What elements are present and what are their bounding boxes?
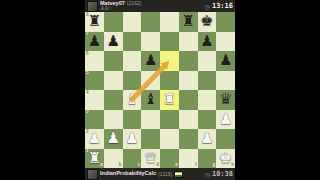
piece-black-rook[interactable]: ♜ <box>85 12 104 32</box>
square-b2[interactable]: ♟ <box>104 129 123 149</box>
square-f8[interactable]: ♜ <box>179 12 198 32</box>
piece-black-pawn[interactable]: ♟ <box>104 32 123 52</box>
rank-label-3: 3 <box>86 110 89 115</box>
square-f1[interactable]: f <box>179 149 198 169</box>
top-player-captured-pieces: ♙♙♘ <box>100 6 112 11</box>
square-f3[interactable] <box>179 110 198 130</box>
square-b7[interactable]: ♟ <box>104 32 123 52</box>
bottom-player-rating: (2119) <box>158 172 172 177</box>
square-h4[interactable]: ♛ <box>216 90 235 110</box>
square-a5[interactable]: 5 <box>85 71 104 91</box>
top-player-bar: Matvey07 (2162) ♙♙♘ ◷ 13:16 <box>85 0 235 12</box>
square-e8[interactable] <box>160 12 179 32</box>
square-a6[interactable]: 6 <box>85 51 104 71</box>
india-flag-icon <box>174 171 183 178</box>
piece-white-queen[interactable]: ♛ <box>141 149 160 169</box>
square-h7[interactable] <box>216 32 235 52</box>
square-b6[interactable] <box>104 51 123 71</box>
square-f5[interactable] <box>179 71 198 91</box>
square-a7[interactable]: 7♟ <box>85 32 104 52</box>
piece-black-bishop[interactable]: ♝ <box>141 90 160 110</box>
square-e4[interactable]: ♜ <box>160 90 179 110</box>
square-a3[interactable]: 3 <box>85 110 104 130</box>
file-label-f: f <box>195 163 197 168</box>
square-h2[interactable] <box>216 129 235 149</box>
square-c1[interactable]: c <box>123 149 142 169</box>
square-c4[interactable]: ♝ <box>123 90 142 110</box>
square-b1[interactable]: b <box>104 149 123 169</box>
piece-black-pawn[interactable]: ♟ <box>85 32 104 52</box>
top-player-clock: 13:16 <box>212 2 233 10</box>
top-player-avatar[interactable] <box>87 1 98 12</box>
bottom-player-avatar[interactable] <box>87 169 98 180</box>
square-h6[interactable]: ♟ <box>216 51 235 71</box>
square-d6[interactable]: ♟ <box>141 51 160 71</box>
rank-label-6: 6 <box>86 52 89 57</box>
square-b3[interactable] <box>104 110 123 130</box>
clock-icon: ◷ <box>205 3 210 10</box>
piece-black-king[interactable]: ♚ <box>198 12 217 32</box>
square-d5[interactable] <box>141 71 160 91</box>
piece-black-rook[interactable]: ♜ <box>179 12 198 32</box>
piece-black-pawn[interactable]: ♟ <box>216 51 235 71</box>
square-f2[interactable] <box>179 129 198 149</box>
square-e5[interactable] <box>160 71 179 91</box>
piece-white-pawn[interactable]: ♟ <box>123 129 142 149</box>
piece-white-pawn[interactable]: ♟ <box>85 129 104 149</box>
piece-white-rook[interactable]: ♜ <box>160 90 179 110</box>
square-g4[interactable] <box>198 90 217 110</box>
bottom-player-bar: IndianProbabilityCalc (2119) ◷ 10:38 <box>85 168 235 180</box>
piece-white-pawn[interactable]: ♟ <box>198 129 217 149</box>
square-g7[interactable]: ♟ <box>198 32 217 52</box>
square-d8[interactable] <box>141 12 160 32</box>
square-a8[interactable]: 8♜ <box>85 12 104 32</box>
square-d4[interactable]: ♝ <box>141 90 160 110</box>
file-label-e: e <box>175 163 178 168</box>
square-g6[interactable] <box>198 51 217 71</box>
square-e6[interactable] <box>160 51 179 71</box>
square-c2[interactable]: ♟ <box>123 129 142 149</box>
piece-white-bishop[interactable]: ♝ <box>123 90 142 110</box>
piece-white-pawn[interactable]: ♟ <box>104 129 123 149</box>
square-a4[interactable]: 4 <box>85 90 104 110</box>
square-g2[interactable]: ♟ <box>198 129 217 149</box>
square-e7[interactable] <box>160 32 179 52</box>
square-h1[interactable]: h♚ <box>216 149 235 169</box>
square-d3[interactable] <box>141 110 160 130</box>
piece-black-queen[interactable]: ♛ <box>216 90 235 110</box>
square-c8[interactable] <box>123 12 142 32</box>
square-h3[interactable]: ♟ <box>216 110 235 130</box>
top-player-rating: (2162) <box>127 1 141 6</box>
file-label-b: b <box>119 163 122 168</box>
square-b8[interactable] <box>104 12 123 32</box>
square-c6[interactable] <box>123 51 142 71</box>
square-h8[interactable] <box>216 12 235 32</box>
square-e1[interactable]: e <box>160 149 179 169</box>
file-label-g: g <box>213 163 216 168</box>
square-a1[interactable]: 1a♜ <box>85 149 104 169</box>
square-d2[interactable] <box>141 129 160 149</box>
piece-black-pawn[interactable]: ♟ <box>198 32 217 52</box>
square-g3[interactable] <box>198 110 217 130</box>
square-c3[interactable] <box>123 110 142 130</box>
square-b4[interactable] <box>104 90 123 110</box>
square-d1[interactable]: d♛ <box>141 149 160 169</box>
file-label-c: c <box>138 163 141 168</box>
bottom-player-clock: 10:38 <box>212 170 233 178</box>
square-b5[interactable] <box>104 71 123 91</box>
square-f7[interactable] <box>179 32 198 52</box>
clock-icon: ◷ <box>205 171 210 178</box>
square-e2[interactable] <box>160 129 179 149</box>
square-f4[interactable] <box>179 90 198 110</box>
square-g8[interactable]: ♚ <box>198 12 217 32</box>
square-e3[interactable] <box>160 110 179 130</box>
piece-white-rook[interactable]: ♜ <box>85 149 104 169</box>
piece-black-pawn[interactable]: ♟ <box>141 51 160 71</box>
piece-white-pawn[interactable]: ♟ <box>216 110 235 130</box>
chess-board[interactable]: 8♜♜♚7♟♟♟6♟♟54♝♝♜♛3♟2♟♟♟♟1a♜bcd♛efgh♚ <box>85 12 235 168</box>
rank-label-4: 4 <box>86 91 89 96</box>
square-c7[interactable] <box>123 32 142 52</box>
piece-white-king[interactable]: ♚ <box>216 149 235 169</box>
square-h5[interactable] <box>216 71 235 91</box>
square-c5[interactable] <box>123 71 142 91</box>
square-d7[interactable] <box>141 32 160 52</box>
square-g1[interactable]: g <box>198 149 217 169</box>
bottom-player-name[interactable]: IndianProbabilityCalc <box>100 171 156 177</box>
rank-label-5: 5 <box>86 71 89 76</box>
square-f6[interactable] <box>179 51 198 71</box>
square-a2[interactable]: 2♟ <box>85 129 104 149</box>
square-g5[interactable] <box>198 71 217 91</box>
